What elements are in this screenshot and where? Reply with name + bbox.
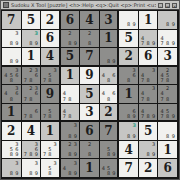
placed-digit: 6: [46, 32, 54, 44]
cell-r8c6[interactable]: 589: [100, 141, 120, 160]
candidate-grid: 468: [101, 86, 117, 102]
candidate-grid: 4589: [101, 160, 117, 176]
placed-digit: 4: [27, 125, 35, 137]
cell-r7c9[interactable]: 89: [158, 122, 178, 141]
candidate-digit: 9: [34, 41, 40, 46]
cell-r3c6[interactable]: 89: [100, 48, 120, 67]
candidate-grid: 2389: [62, 142, 79, 158]
candidate-grid: 389: [3, 160, 20, 176]
candidate-grid: 89: [159, 12, 176, 28]
cell-r6c1[interactable]: 1: [2, 104, 22, 123]
candidate-empty: [111, 78, 116, 83]
cell-r5c9[interactable]: 2478: [158, 85, 178, 104]
candidate-grid: 35689: [3, 142, 20, 158]
candidate-grid: 389: [23, 160, 40, 176]
candidate-empty: [14, 78, 20, 83]
close-button[interactable]: ×: [172, 3, 177, 8]
cell-r2c8[interactable]: 4789: [139, 30, 159, 49]
candidate-digit: 9: [73, 134, 79, 139]
cell-r5c4[interactable]: 478: [61, 85, 81, 104]
candidate-digit: 9: [170, 114, 176, 119]
minimize-button[interactable]: -: [158, 3, 163, 8]
cell-r6c7[interactable]: 689: [119, 104, 139, 123]
cell-r7c6[interactable]: 7: [100, 122, 120, 141]
candidate-grid: 89: [120, 12, 137, 28]
cell-r3c7[interactable]: 2: [119, 48, 139, 67]
candidate-grid: 389: [62, 123, 79, 139]
candidate-digit: 9: [170, 41, 176, 46]
candidate-empty: [34, 114, 40, 119]
candidate-empty: [52, 114, 57, 119]
cell-r2c3[interactable]: 6: [41, 30, 61, 49]
placed-digit: 5: [124, 32, 132, 44]
board: 7526438918938938962892815478947898914578…: [1, 10, 179, 179]
candidate-grid: 389: [140, 142, 157, 158]
cell-r7c4[interactable]: 389: [61, 122, 81, 141]
cell-r3c9[interactable]: 3: [158, 48, 178, 67]
candidate-grid: 589: [101, 142, 117, 158]
cell-r4c4[interactable]: 1: [61, 67, 81, 86]
candidate-digit: 9: [14, 171, 20, 176]
candidate-grid: 4789: [159, 31, 176, 47]
cell-r9c8[interactable]: 2: [139, 159, 159, 178]
candidate-digit: 9: [131, 134, 137, 139]
candidate-digit: 9: [34, 171, 40, 176]
placed-digit: 1: [144, 14, 152, 26]
candidate-grid: 678: [23, 105, 40, 120]
cell-r7c5[interactable]: 6: [80, 122, 100, 141]
candidate-digit: 9: [111, 59, 116, 64]
candidate-digit: 9: [131, 22, 137, 27]
candidate-grid: 23678: [23, 86, 40, 102]
candidate-digit: 9: [151, 114, 157, 119]
candidate-digit: 9: [151, 152, 157, 157]
candidate-empty: [52, 152, 57, 157]
candidate-digit: 9: [151, 41, 157, 46]
placed-digit: 1: [7, 106, 15, 118]
cell-r5c3[interactable]: 9: [41, 85, 61, 104]
cell-r9c1[interactable]: 389: [2, 159, 22, 178]
placed-digit: 4: [124, 144, 132, 156]
cell-r9c6[interactable]: 4589: [100, 159, 120, 178]
candidate-grid: 389: [120, 123, 137, 139]
candidate-grid: 3578: [42, 142, 58, 158]
candidate-grid: 28: [81, 31, 98, 47]
candidate-grid: 4789: [140, 105, 157, 120]
placed-digit: 2: [104, 106, 112, 118]
placed-digit: 9: [46, 88, 54, 100]
candidate-grid: 3489: [62, 160, 79, 176]
cell-r8c5[interactable]: 28: [80, 141, 100, 160]
candidate-grid: 478: [62, 105, 79, 120]
candidate-grid: 23678: [23, 68, 40, 84]
placed-digit: 1: [164, 144, 172, 156]
candidate-grid: 2478: [159, 86, 176, 102]
cell-r3c4[interactable]: 5: [61, 48, 81, 67]
cell-r4c5[interactable]: 9: [80, 67, 100, 86]
candidate-digit: 9: [14, 59, 20, 64]
candidate-empty: [131, 78, 137, 83]
candidate-grid: 89: [101, 49, 117, 64]
placed-digit: 3: [164, 50, 172, 62]
cell-r6c4[interactable]: 478: [61, 104, 81, 123]
placed-digit: 5: [66, 50, 74, 62]
cell-r8c7[interactable]: 4: [119, 141, 139, 160]
candidate-digit: 9: [170, 134, 176, 139]
cell-r5c8[interactable]: 3478: [139, 85, 159, 104]
cell-r3c8[interactable]: 6: [139, 48, 159, 67]
candidate-grid: 3478: [140, 68, 157, 84]
cell-r8c4[interactable]: 2389: [61, 141, 81, 160]
cell-r8c9[interactable]: 1: [158, 141, 178, 160]
cell-r9c9[interactable]: 6: [158, 159, 178, 178]
placed-digit: 3: [85, 106, 93, 118]
candidate-grid: 3478: [140, 86, 157, 102]
placed-digit: 1: [104, 32, 112, 44]
candidate-digit: 9: [73, 171, 79, 176]
placed-digit: 7: [124, 162, 132, 174]
placed-digit: 1: [27, 50, 35, 62]
cell-r2c6[interactable]: 1: [100, 30, 120, 49]
cell-r3c3[interactable]: 4: [41, 48, 61, 67]
placed-digit: 7: [85, 50, 93, 62]
cell-r6c9[interactable]: 45789: [158, 104, 178, 123]
cell-r5c7[interactable]: 1: [119, 85, 139, 104]
placed-digit: 2: [7, 125, 15, 137]
placed-digit: 4: [85, 14, 93, 26]
cell-r2c4[interactable]: 289: [61, 30, 81, 49]
cell-r4c8[interactable]: 3478: [139, 67, 159, 86]
candidate-grid: 45789: [159, 105, 176, 120]
candidate-grid: 478: [62, 86, 79, 102]
cell-r1c7[interactable]: 89: [119, 11, 139, 30]
cell-r1c4[interactable]: 6: [61, 11, 81, 30]
cell-r5c1[interactable]: 3468: [2, 85, 22, 104]
placed-digit: 6: [85, 125, 93, 137]
cell-r6c6[interactable]: 2: [100, 104, 120, 123]
placed-digit: 5: [27, 14, 35, 26]
cell-r3c1[interactable]: 89: [2, 48, 22, 67]
placed-digit: 1: [46, 125, 54, 137]
cell-r1c1[interactable]: 7: [2, 11, 22, 30]
candidate-grid: 389: [3, 31, 20, 47]
candidate-grid: 358: [42, 160, 58, 176]
cell-r8c1[interactable]: 35689: [2, 141, 22, 160]
candidate-digit: 9: [73, 41, 79, 46]
cell-r7c8[interactable]: 5: [139, 122, 159, 141]
candidate-grid: 36789: [23, 142, 40, 158]
cell-r1c5[interactable]: 4: [80, 11, 100, 30]
cell-r4c2[interactable]: 23678: [22, 67, 42, 86]
candidate-grid: 3578: [42, 68, 58, 84]
candidate-grid: 4789: [140, 31, 157, 47]
cell-r9c2[interactable]: 389: [22, 159, 42, 178]
cell-r1c9[interactable]: 89: [158, 11, 178, 30]
candidate-empty: [92, 152, 98, 157]
cell-r4c7[interactable]: 368: [119, 67, 139, 86]
candidate-grid: 28: [81, 142, 98, 158]
placed-digit: 6: [66, 14, 74, 26]
candidate-digit: 9: [170, 22, 176, 27]
cell-r8c2[interactable]: 36789: [22, 141, 42, 160]
cell-r7c2[interactable]: 4: [22, 122, 42, 141]
cell-r8c8[interactable]: 389: [139, 141, 159, 160]
cell-r1c6[interactable]: 3: [100, 11, 120, 30]
candidate-grid: 578: [42, 105, 58, 120]
cell-r5c5[interactable]: 5: [80, 85, 100, 104]
candidate-empty: [111, 97, 116, 102]
candidate-grid: 3468: [3, 86, 20, 102]
candidate-empty: [151, 78, 157, 83]
cell-r2c5[interactable]: 28: [80, 30, 100, 49]
cell-r3c2[interactable]: 1: [22, 48, 42, 67]
candidate-empty: [73, 97, 79, 102]
placed-digit: 9: [85, 69, 93, 81]
placed-digit: 2: [144, 162, 152, 174]
candidate-grid: 34568: [3, 68, 20, 84]
candidate-digit: 9: [73, 152, 79, 157]
placed-digit: 5: [144, 125, 152, 137]
cell-r1c3[interactable]: 2: [41, 11, 61, 30]
cell-r2c9[interactable]: 4789: [158, 30, 178, 49]
cell-r5c2[interactable]: 23678: [22, 85, 42, 104]
placed-digit: 6: [164, 162, 172, 174]
window-menu-icon[interactable]: [3, 2, 9, 8]
cell-r4c6[interactable]: 468: [100, 67, 120, 86]
placed-digit: 7: [7, 14, 15, 26]
placed-digit: 3: [104, 14, 112, 26]
cell-r2c2[interactable]: 389: [22, 30, 42, 49]
window-title: Sudoku X Tool [puzzle] <h>:Help <q>:Quit…: [11, 3, 156, 8]
cell-r6c5[interactable]: 3: [80, 104, 100, 123]
candidate-digit: 9: [131, 114, 137, 119]
placed-digit: 2: [124, 50, 132, 62]
candidate-digit: 9: [14, 152, 20, 157]
cell-r1c2[interactable]: 5: [22, 11, 42, 30]
cell-r7c7[interactable]: 389: [119, 122, 139, 141]
candidate-empty: [92, 41, 98, 46]
candidate-empty: [73, 114, 79, 119]
candidate-digit: 9: [111, 152, 116, 157]
placed-digit: 1: [85, 162, 93, 174]
placed-digit: 6: [144, 50, 152, 62]
cell-r9c4[interactable]: 3489: [61, 159, 81, 178]
candidate-grid: 689: [120, 105, 137, 120]
cell-r9c5[interactable]: 1: [80, 159, 100, 178]
cell-r6c3[interactable]: 578: [41, 104, 61, 123]
candidate-empty: [34, 97, 40, 102]
cell-r6c8[interactable]: 4789: [139, 104, 159, 123]
candidate-grid: 89: [159, 123, 176, 139]
cell-r2c1[interactable]: 389: [2, 30, 22, 49]
cell-r8c3[interactable]: 3578: [41, 141, 61, 160]
candidate-grid: 389: [23, 31, 40, 47]
candidate-digit: 9: [34, 152, 40, 157]
candidate-empty: [52, 78, 57, 83]
app-window: Sudoku X Tool [puzzle] <h>:Help <q>:Quit…: [0, 0, 180, 180]
cell-r5c6[interactable]: 468: [100, 85, 120, 104]
placed-digit: 2: [46, 14, 54, 26]
candidate-grid: 468: [101, 68, 117, 84]
placed-digit: 1: [124, 88, 132, 100]
candidate-grid: 368: [120, 68, 137, 84]
candidate-empty: [151, 97, 157, 102]
candidate-digit: 9: [111, 171, 116, 176]
cell-r9c3[interactable]: 358: [41, 159, 61, 178]
cell-r1c8[interactable]: 1: [139, 11, 159, 30]
cell-r3c5[interactable]: 7: [80, 48, 100, 67]
placed-digit: 5: [85, 88, 93, 100]
placed-digit: 4: [46, 50, 54, 62]
candidate-empty: [170, 97, 176, 102]
candidate-digit: 9: [14, 41, 20, 46]
cell-r9c7[interactable]: 7: [119, 159, 139, 178]
maximize-button[interactable]: ▫: [165, 3, 170, 8]
cell-r6c2[interactable]: 678: [22, 104, 42, 123]
candidate-empty: [170, 78, 176, 83]
cell-r4c1[interactable]: 34568: [2, 67, 22, 86]
placed-digit: 1: [66, 69, 74, 81]
cell-r4c3[interactable]: 3578: [41, 67, 61, 86]
candidate-empty: [34, 78, 40, 83]
candidate-grid: 89: [3, 49, 20, 64]
cell-r7c1[interactable]: 2: [2, 122, 22, 141]
candidate-empty: [14, 97, 20, 102]
candidate-grid: 289: [62, 31, 79, 47]
placed-digit: 7: [104, 125, 112, 137]
cell-r7c3[interactable]: 1: [41, 122, 61, 141]
title-bar: Sudoku X Tool [puzzle] <h>:Help <q>:Quit…: [1, 1, 179, 10]
cell-r4c9[interactable]: 24578: [158, 67, 178, 86]
candidate-grid: 24578: [159, 68, 176, 84]
candidate-empty: [52, 171, 57, 176]
cell-r2c7[interactable]: 5: [119, 30, 139, 49]
